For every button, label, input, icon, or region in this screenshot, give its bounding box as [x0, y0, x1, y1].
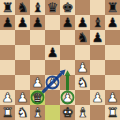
piece-black-pawn[interactable]: ♟ [105, 15, 120, 30]
square-h8[interactable]: ♜ [105, 0, 120, 15]
square-g6[interactable]: ♟ [90, 30, 105, 45]
piece-black-pawn[interactable]: ♟ [45, 45, 60, 60]
square-d7[interactable] [45, 15, 60, 30]
piece-white-knight[interactable]: ♞ [15, 105, 30, 120]
square-a3[interactable] [0, 75, 15, 90]
square-e4[interactable] [60, 60, 75, 75]
piece-black-pawn[interactable]: ♟ [0, 15, 15, 30]
square-g8[interactable] [90, 0, 105, 15]
piece-black-knight[interactable]: ♞ [15, 0, 30, 15]
square-e1[interactable]: ♚ [60, 105, 75, 120]
square-h3[interactable] [105, 75, 120, 90]
piece-black-king[interactable]: ♚ [60, 0, 75, 15]
square-g5[interactable] [90, 45, 105, 60]
piece-white-pawn[interactable]: ♟ [0, 90, 15, 105]
square-d1[interactable] [45, 105, 60, 120]
square-d6[interactable] [45, 30, 60, 45]
piece-white-pawn[interactable]: ♟ [75, 60, 90, 75]
square-b7[interactable]: ♟ [15, 15, 30, 30]
piece-black-pawn[interactable]: ♟ [90, 30, 105, 45]
square-h1[interactable]: ♜ [105, 105, 120, 120]
square-f8[interactable] [75, 0, 90, 15]
square-g7[interactable]: ♝ [90, 15, 105, 30]
piece-black-pawn[interactable]: ♟ [30, 15, 45, 30]
piece-black-rook[interactable]: ♜ [0, 0, 15, 15]
square-a7[interactable]: ♟ [0, 15, 15, 30]
piece-white-rook[interactable]: ♜ [0, 105, 15, 120]
chess-board: ♜♞♝♛♚♜♟♟♟♟♟♝♟♞♟♟♟♟♟♞♟♟♛♟♟♟♜♞♝♚♝♜ [0, 0, 120, 120]
square-d3[interactable]: ♟ [45, 75, 60, 90]
square-d8[interactable]: ♛ [45, 0, 60, 15]
square-b1[interactable]: ♞ [15, 105, 30, 120]
square-f1[interactable]: ♝ [75, 105, 90, 120]
piece-white-bishop[interactable]: ♝ [30, 105, 45, 120]
square-e5[interactable] [60, 45, 75, 60]
square-g3[interactable] [90, 75, 105, 90]
piece-white-pawn[interactable]: ♟ [105, 90, 120, 105]
square-b5[interactable] [15, 45, 30, 60]
piece-white-pawn[interactable]: ♟ [60, 90, 75, 105]
chess-board-area: ♜♞♝♛♚♜♟♟♟♟♟♝♟♞♟♟♟♟♟♞♟♟♛♟♟♟♜♞♝♚♝♜ [0, 0, 120, 120]
square-a5[interactable] [0, 45, 15, 60]
square-c1[interactable]: ♝ [30, 105, 45, 120]
square-c5[interactable] [30, 45, 45, 60]
piece-white-king[interactable]: ♚ [60, 105, 75, 120]
square-f2[interactable] [75, 90, 90, 105]
square-a4[interactable] [0, 60, 15, 75]
piece-white-pawn[interactable]: ♟ [90, 90, 105, 105]
square-e3[interactable] [60, 75, 75, 90]
square-h2[interactable]: ♟ [105, 90, 120, 105]
square-d4[interactable] [45, 60, 60, 75]
piece-black-knight[interactable]: ♞ [75, 30, 90, 45]
square-d5[interactable]: ♟ [45, 45, 60, 60]
piece-black-bishop[interactable]: ♝ [30, 0, 45, 15]
square-a2[interactable]: ♟ [0, 90, 15, 105]
piece-white-pawn[interactable]: ♟ [30, 75, 45, 90]
square-f6[interactable]: ♞ [75, 30, 90, 45]
piece-black-pawn[interactable]: ♟ [60, 15, 75, 30]
square-g4[interactable] [90, 60, 105, 75]
square-c8[interactable]: ♝ [30, 0, 45, 15]
square-a8[interactable]: ♜ [0, 0, 15, 15]
square-e8[interactable]: ♚ [60, 0, 75, 15]
square-c4[interactable] [30, 60, 45, 75]
piece-white-queen[interactable]: ♛ [30, 90, 45, 105]
square-f5[interactable] [75, 45, 90, 60]
square-a1[interactable]: ♜ [0, 105, 15, 120]
piece-black-bishop[interactable]: ♝ [90, 15, 105, 30]
square-d2[interactable] [45, 90, 60, 105]
piece-black-pawn[interactable]: ♟ [15, 15, 30, 30]
square-f4[interactable]: ♟ [75, 60, 90, 75]
square-a6[interactable] [0, 30, 15, 45]
square-f3[interactable]: ♞ [75, 75, 90, 90]
square-c3[interactable]: ♟ [30, 75, 45, 90]
square-h6[interactable] [105, 30, 120, 45]
piece-black-pawn[interactable]: ♟ [75, 15, 90, 30]
square-b2[interactable]: ♟ [15, 90, 30, 105]
square-g2[interactable]: ♟ [90, 90, 105, 105]
square-h7[interactable]: ♟ [105, 15, 120, 30]
square-c6[interactable] [30, 30, 45, 45]
square-h5[interactable] [105, 45, 120, 60]
piece-white-knight[interactable]: ♞ [75, 75, 90, 90]
square-e7[interactable]: ♟ [60, 15, 75, 30]
piece-black-queen[interactable]: ♛ [45, 0, 60, 15]
square-h4[interactable] [105, 60, 120, 75]
piece-white-bishop[interactable]: ♝ [75, 105, 90, 120]
square-g1[interactable] [90, 105, 105, 120]
square-b8[interactable]: ♞ [15, 0, 30, 15]
square-f7[interactable]: ♟ [75, 15, 90, 30]
square-e2[interactable]: ♟ [60, 90, 75, 105]
square-b4[interactable] [15, 60, 30, 75]
square-b3[interactable] [15, 75, 30, 90]
square-c2[interactable]: ♛ [30, 90, 45, 105]
piece-white-rook[interactable]: ♜ [105, 105, 120, 120]
piece-white-pawn[interactable]: ♟ [15, 90, 30, 105]
piece-black-rook[interactable]: ♜ [105, 0, 120, 15]
square-e6[interactable] [60, 30, 75, 45]
square-c7[interactable]: ♟ [30, 15, 45, 30]
piece-white-pawn[interactable]: ♟ [45, 75, 60, 90]
square-b6[interactable] [15, 30, 30, 45]
